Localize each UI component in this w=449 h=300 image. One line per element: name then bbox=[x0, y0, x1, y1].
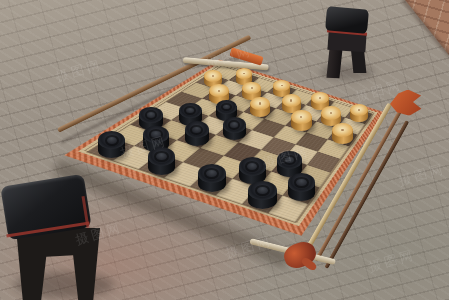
street-checkers-photo: 摄图网摄图网摄图网摄图网摄图网摄图网摄图网摄图网摄图网 bbox=[0, 0, 449, 300]
piece-top bbox=[277, 151, 303, 169]
checker-black-r4c3[interactable] bbox=[223, 117, 246, 140]
piece-top bbox=[282, 94, 301, 107]
checker-yellow-r2c3[interactable] bbox=[250, 97, 270, 117]
piece-top bbox=[291, 110, 312, 124]
piece-top bbox=[198, 164, 226, 183]
checker-yellow-r2c5[interactable] bbox=[291, 110, 312, 131]
piece-top bbox=[242, 82, 261, 95]
piece-top bbox=[321, 106, 341, 119]
piece-top bbox=[143, 126, 169, 143]
piece-top bbox=[223, 117, 246, 133]
checker-black-r7c6[interactable] bbox=[248, 181, 277, 210]
checker-black-r7c4[interactable] bbox=[198, 164, 226, 192]
stool-far-cushion bbox=[325, 6, 369, 34]
piece-top bbox=[204, 70, 222, 82]
stool-far bbox=[320, 6, 374, 82]
piece-top bbox=[148, 147, 176, 166]
checker-yellow-r0c7[interactable] bbox=[350, 104, 369, 123]
stool-near bbox=[0, 172, 114, 300]
piece-top bbox=[185, 121, 210, 138]
checker-black-r5c2[interactable] bbox=[185, 121, 210, 146]
piece-top bbox=[311, 92, 329, 104]
piece-top bbox=[139, 107, 163, 123]
checker-yellow-r2c7[interactable] bbox=[332, 123, 354, 145]
piece-top bbox=[288, 173, 316, 192]
piece-top bbox=[179, 103, 202, 118]
piece-top bbox=[350, 104, 369, 117]
piece-top bbox=[239, 157, 266, 175]
checker-black-r7c0[interactable] bbox=[98, 131, 125, 158]
checker-black-r7c2[interactable] bbox=[148, 147, 176, 175]
checker-black-r6c7[interactable] bbox=[288, 173, 316, 201]
